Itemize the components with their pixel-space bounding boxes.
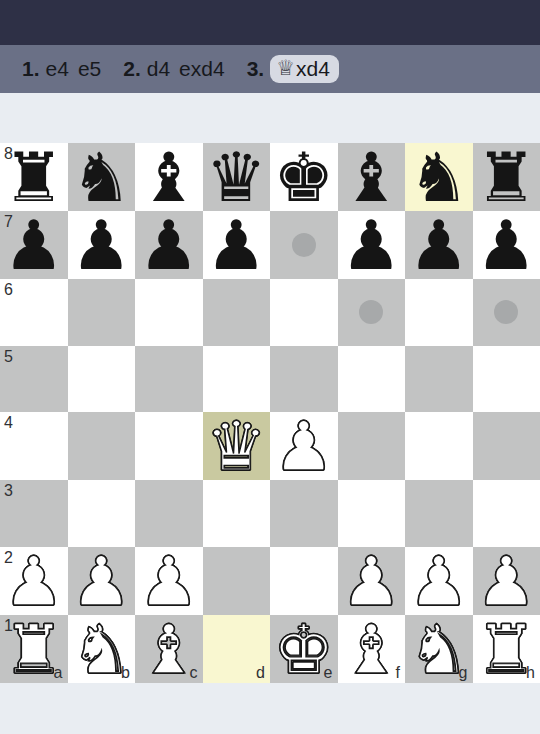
square-g3[interactable] [405,480,473,547]
square-f7[interactable]: ♟ [338,211,406,279]
black-pawn[interactable]: ♟ [138,212,199,280]
square-a3[interactable]: 3 [0,480,68,547]
rank-label-1: 1 [4,618,13,634]
square-a2[interactable]: ♟2 [0,547,68,615]
square-h8[interactable]: ♜ [473,143,540,211]
file-label-e: e [324,665,333,681]
square-d7[interactable]: ♟ [203,211,271,279]
rank-label-4: 4 [4,415,13,431]
square-c5[interactable] [135,346,203,413]
square-e1[interactable]: ♚e [270,615,338,683]
square-g5[interactable] [405,346,473,413]
file-label-c: c [190,665,198,681]
square-f6[interactable] [338,279,406,346]
black-knight[interactable]: ♞ [71,144,132,212]
black-bishop[interactable]: ♝ [138,144,199,212]
square-b5[interactable] [68,346,136,413]
square-f4[interactable] [338,412,406,480]
white-bishop[interactable]: ♝ [341,616,402,684]
legal-move-dot[interactable] [359,300,383,324]
current-move-pill[interactable]: ♕ xd4 [270,55,339,83]
white-queen-icon: ♕ [276,57,295,80]
square-d3[interactable] [203,480,271,547]
board-bottom-spacer [0,683,540,734]
rank-label-8: 8 [4,146,13,162]
square-c3[interactable] [135,480,203,547]
black-knight[interactable]: ♞ [408,144,469,212]
rank-label-7: 7 [4,214,13,230]
square-a7[interactable]: ♟7 [0,211,68,279]
move-2-white[interactable]: d4 [147,57,170,81]
square-a8[interactable]: ♜8 [0,143,68,211]
square-f5[interactable] [338,346,406,413]
rank-label-2: 2 [4,550,13,566]
square-d8[interactable]: ♛ [203,143,271,211]
square-d4[interactable]: ♛ [203,412,271,480]
square-g1[interactable]: ♞g [405,615,473,683]
square-a6[interactable]: 6 [0,279,68,346]
black-pawn[interactable]: ♟ [206,212,267,280]
square-e7[interactable] [270,211,338,279]
square-g8[interactable]: ♞ [405,143,473,211]
white-pawn[interactable]: ♟ [476,548,537,616]
square-b4[interactable] [68,412,136,480]
rank-label-6: 6 [4,282,13,298]
file-label-b: b [121,665,130,681]
white-pawn[interactable]: ♟ [138,548,199,616]
rank-label-3: 3 [4,483,13,499]
square-a4[interactable]: 4 [0,412,68,480]
square-g6[interactable] [405,279,473,346]
black-rook[interactable]: ♜ [476,144,537,212]
black-bishop[interactable]: ♝ [341,144,402,212]
move-list-bar: 1. e4 e5 2. d4 exd4 3. ♕ xd4 [0,45,540,93]
square-h4[interactable] [473,412,540,480]
square-f1[interactable]: ♝f [338,615,406,683]
square-a1[interactable]: ♜1a [0,615,68,683]
move-2-black[interactable]: exd4 [179,57,225,81]
square-e2[interactable] [270,547,338,615]
move-1-black[interactable]: e5 [78,57,101,81]
square-h3[interactable] [473,480,540,547]
square-c8[interactable]: ♝ [135,143,203,211]
black-pawn[interactable]: ♟ [71,212,132,280]
square-b8[interactable]: ♞ [68,143,136,211]
white-pawn[interactable]: ♟ [341,548,402,616]
chess-board: ♜8♞♝♛♚♝♞♜♟7♟♟♟♟♟♟654♛♟3♟2♟♟♟♟♟♜1a♞b♝cd♚e… [0,143,540,683]
square-h5[interactable] [473,346,540,413]
square-g4[interactable] [405,412,473,480]
square-d1[interactable]: d [203,615,271,683]
square-f8[interactable]: ♝ [338,143,406,211]
square-d5[interactable] [203,346,271,413]
legal-move-dot[interactable] [292,233,316,257]
file-label-d: d [256,665,265,681]
square-b7[interactable]: ♟ [68,211,136,279]
square-f2[interactable]: ♟ [338,547,406,615]
black-pawn[interactable]: ♟ [341,212,402,280]
square-h1[interactable]: ♜h [473,615,540,683]
square-b6[interactable] [68,279,136,346]
black-pawn[interactable]: ♟ [408,212,469,280]
file-label-a: a [54,665,63,681]
square-d6[interactable] [203,279,271,346]
white-pawn[interactable]: ♟ [71,548,132,616]
board-top-spacer [0,93,540,143]
square-d2[interactable] [203,547,271,615]
white-queen[interactable]: ♛ [206,413,267,481]
move-number-1: 1. [22,57,40,81]
rank-label-5: 5 [4,349,13,365]
file-label-g: g [459,665,468,681]
square-e5[interactable] [270,346,338,413]
square-c1[interactable]: ♝c [135,615,203,683]
chess-app: 1. e4 e5 2. d4 exd4 3. ♕ xd4 ♜8♞♝♛♚♝♞♜♟7… [0,0,540,734]
square-e4[interactable]: ♟ [270,412,338,480]
square-b3[interactable] [68,480,136,547]
square-c6[interactable] [135,279,203,346]
file-label-h: h [526,665,535,681]
square-e3[interactable] [270,480,338,547]
move-number-3: 3. [247,57,265,81]
black-king[interactable]: ♚ [273,144,334,212]
black-pawn[interactable]: ♟ [476,212,537,280]
move-1-white[interactable]: e4 [46,57,69,81]
top-app-bar [0,0,540,45]
black-queen[interactable]: ♛ [206,144,267,212]
legal-move-dot[interactable] [494,300,518,324]
move-number-2: 2. [123,57,141,81]
square-c4[interactable] [135,412,203,480]
square-h2[interactable]: ♟ [473,547,540,615]
square-b2[interactable]: ♟ [68,547,136,615]
square-a5[interactable]: 5 [0,346,68,413]
white-pawn[interactable]: ♟ [273,413,334,481]
square-c7[interactable]: ♟ [135,211,203,279]
square-g7[interactable]: ♟ [405,211,473,279]
square-b1[interactable]: ♞b [68,615,136,683]
square-g2[interactable]: ♟ [405,547,473,615]
square-e8[interactable]: ♚ [270,143,338,211]
square-h7[interactable]: ♟ [473,211,540,279]
square-c2[interactable]: ♟ [135,547,203,615]
square-f3[interactable] [338,480,406,547]
white-pawn[interactable]: ♟ [408,548,469,616]
square-h6[interactable] [473,279,540,346]
file-label-f: f [396,665,400,681]
current-move-text: xd4 [296,57,330,80]
square-e6[interactable] [270,279,338,346]
